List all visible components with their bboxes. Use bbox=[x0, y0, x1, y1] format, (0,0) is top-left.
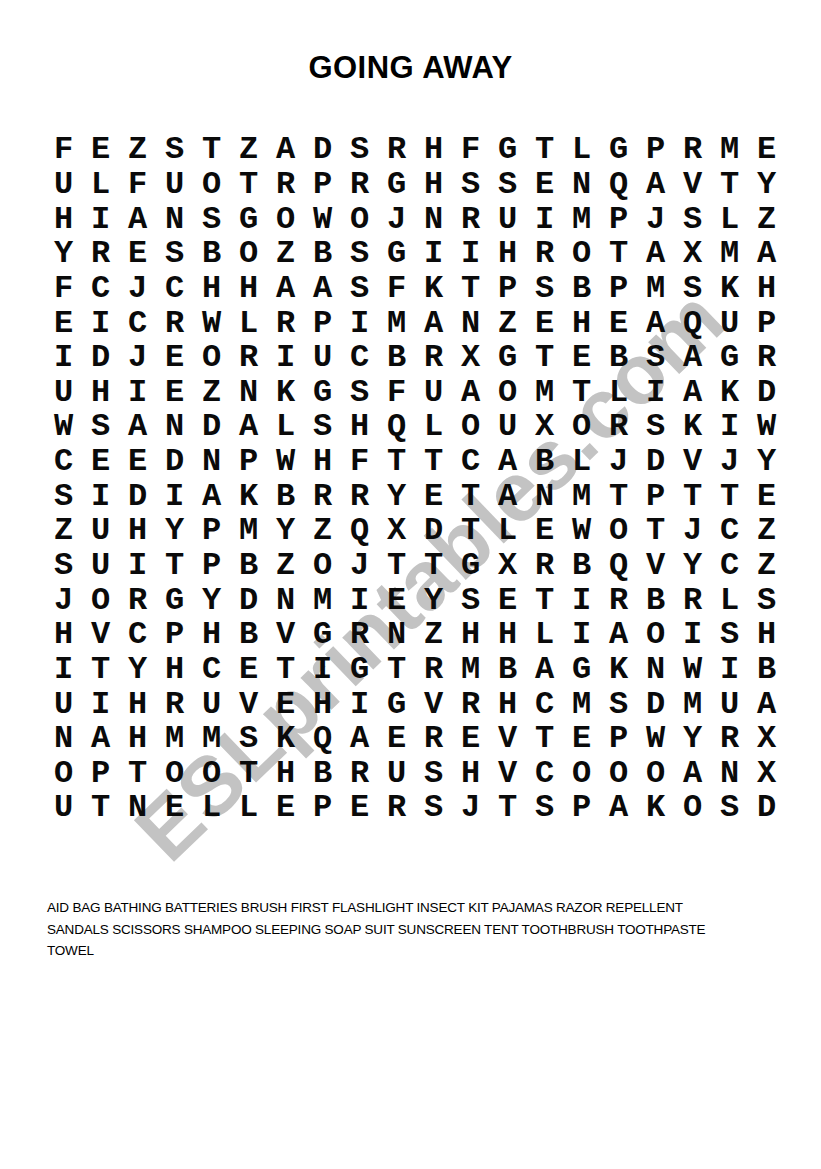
grid-cell-r5c3: J bbox=[119, 272, 156, 307]
page-title: GOING AWAY bbox=[0, 50, 821, 86]
grid-cell-r4c3: E bbox=[119, 237, 156, 272]
grid-cell-r19c2: P bbox=[82, 757, 119, 792]
grid-cell-r12c11: D bbox=[415, 514, 452, 549]
grid-cell-r7c4: E bbox=[156, 341, 193, 376]
grid-cell-r12c18: J bbox=[674, 514, 711, 549]
grid-cell-r10c2: E bbox=[82, 445, 119, 480]
grid-cell-r1c2: E bbox=[82, 133, 119, 168]
grid-cell-r1c16: G bbox=[600, 133, 637, 168]
grid-cell-r3c16: P bbox=[600, 202, 637, 237]
grid-cell-r14c13: E bbox=[489, 583, 526, 618]
grid-cell-r13c12: G bbox=[452, 549, 489, 584]
grid-cell-r17c2: I bbox=[82, 687, 119, 722]
grid-cell-r18c11: R bbox=[415, 722, 452, 757]
grid-cell-r2c6: T bbox=[230, 168, 267, 203]
grid-cell-r14c19: L bbox=[711, 583, 748, 618]
grid-cell-r19c20: X bbox=[748, 757, 785, 792]
grid-cell-r2c4: U bbox=[156, 168, 193, 203]
grid-cell-r20c13: T bbox=[489, 791, 526, 826]
grid-cell-r17c17: D bbox=[637, 687, 674, 722]
grid-cell-r16c3: Y bbox=[119, 653, 156, 688]
grid-cell-r8c16: L bbox=[600, 375, 637, 410]
grid-cell-r3c20: Z bbox=[748, 202, 785, 237]
grid-cell-r13c20: Z bbox=[748, 549, 785, 584]
grid-cell-r5c6: H bbox=[230, 272, 267, 307]
grid-cell-r3c9: O bbox=[341, 202, 378, 237]
grid-cell-r1c8: D bbox=[304, 133, 341, 168]
grid-cell-r8c1: U bbox=[45, 375, 82, 410]
grid-cell-r16c12: M bbox=[452, 653, 489, 688]
grid-cell-r6c15: H bbox=[563, 306, 600, 341]
grid-cell-r4c16: T bbox=[600, 237, 637, 272]
grid-cell-r17c15: M bbox=[563, 687, 600, 722]
grid-cell-r9c8: S bbox=[304, 410, 341, 445]
grid-cell-r3c7: O bbox=[267, 202, 304, 237]
grid-cell-r3c15: M bbox=[563, 202, 600, 237]
grid-cell-r12c16: O bbox=[600, 514, 637, 549]
grid-cell-r13c4: T bbox=[156, 549, 193, 584]
grid-cell-r5c13: P bbox=[489, 272, 526, 307]
grid-cell-r11c4: I bbox=[156, 479, 193, 514]
grid-cell-r1c7: A bbox=[267, 133, 304, 168]
grid-cell-r20c11: S bbox=[415, 791, 452, 826]
word-list-line: AID BAG BATHING BATTERIES BRUSH FIRST FL… bbox=[47, 897, 767, 919]
grid-cell-r9c12: O bbox=[452, 410, 489, 445]
grid-cell-r10c3: E bbox=[119, 445, 156, 480]
grid-cell-r5c16: P bbox=[600, 272, 637, 307]
grid-cell-r20c4: E bbox=[156, 791, 193, 826]
grid-cell-r3c3: A bbox=[119, 202, 156, 237]
grid-cell-r17c20: A bbox=[748, 687, 785, 722]
grid-cell-r4c1: Y bbox=[45, 237, 82, 272]
grid-cell-r19c16: O bbox=[600, 757, 637, 792]
grid-cell-r10c1: C bbox=[45, 445, 82, 480]
grid-cell-r15c13: H bbox=[489, 618, 526, 653]
grid-cell-r9c14: X bbox=[526, 410, 563, 445]
grid-cell-r15c4: P bbox=[156, 618, 193, 653]
grid-cell-r18c7: K bbox=[267, 722, 304, 757]
grid-cell-r12c13: L bbox=[489, 514, 526, 549]
grid-cell-r18c2: A bbox=[82, 722, 119, 757]
grid-cell-r11c11: E bbox=[415, 479, 452, 514]
grid-cell-r5c2: C bbox=[82, 272, 119, 307]
grid-cell-r13c14: R bbox=[526, 549, 563, 584]
grid-cell-r2c14: E bbox=[526, 168, 563, 203]
grid-cell-r4c6: O bbox=[230, 237, 267, 272]
grid-cell-r16c20: B bbox=[748, 653, 785, 688]
grid-cell-r16c16: K bbox=[600, 653, 637, 688]
grid-cell-r15c19: S bbox=[711, 618, 748, 653]
grid-cell-r9c7: L bbox=[267, 410, 304, 445]
grid-cell-r7c19: G bbox=[711, 341, 748, 376]
grid-cell-r11c9: R bbox=[341, 479, 378, 514]
grid-cell-r16c8: I bbox=[304, 653, 341, 688]
grid-cell-r20c15: P bbox=[563, 791, 600, 826]
grid-cell-r7c10: B bbox=[378, 341, 415, 376]
grid-cell-r7c12: X bbox=[452, 341, 489, 376]
grid-cell-r16c17: N bbox=[637, 653, 674, 688]
grid-cell-r9c11: L bbox=[415, 410, 452, 445]
grid-cell-r14c15: I bbox=[563, 583, 600, 618]
grid-cell-r13c19: C bbox=[711, 549, 748, 584]
grid-cell-r2c16: Q bbox=[600, 168, 637, 203]
grid-cell-r11c17: P bbox=[637, 479, 674, 514]
grid-cell-r10c8: H bbox=[304, 445, 341, 480]
grid-cell-r14c4: G bbox=[156, 583, 193, 618]
grid-cell-r18c4: M bbox=[156, 722, 193, 757]
grid-cell-r7c8: U bbox=[304, 341, 341, 376]
grid-cell-r3c8: W bbox=[304, 202, 341, 237]
grid-cell-r20c5: L bbox=[193, 791, 230, 826]
grid-cell-r6c3: C bbox=[119, 306, 156, 341]
grid-cell-r17c18: M bbox=[674, 687, 711, 722]
grid-cell-r2c11: H bbox=[415, 168, 452, 203]
grid-cell-r5c11: K bbox=[415, 272, 452, 307]
grid-cell-r6c16: E bbox=[600, 306, 637, 341]
grid-cell-r2c8: P bbox=[304, 168, 341, 203]
grid-cell-r14c16: R bbox=[600, 583, 637, 618]
grid-cell-r19c4: O bbox=[156, 757, 193, 792]
grid-cell-r16c18: W bbox=[674, 653, 711, 688]
grid-cell-r14c17: B bbox=[637, 583, 674, 618]
grid-cell-r15c8: G bbox=[304, 618, 341, 653]
grid-cell-r18c20: X bbox=[748, 722, 785, 757]
grid-cell-r8c7: K bbox=[267, 375, 304, 410]
grid-cell-r15c1: H bbox=[45, 618, 82, 653]
grid-cell-r2c1: U bbox=[45, 168, 82, 203]
grid-cell-r8c4: E bbox=[156, 375, 193, 410]
grid-cell-r6c1: E bbox=[45, 306, 82, 341]
grid-cell-r19c18: A bbox=[674, 757, 711, 792]
grid-cell-r11c14: N bbox=[526, 479, 563, 514]
grid-cell-r9c1: W bbox=[45, 410, 82, 445]
grid-cell-r13c2: U bbox=[82, 549, 119, 584]
grid-cell-r6c18: Q bbox=[674, 306, 711, 341]
grid-cell-r4c15: O bbox=[563, 237, 600, 272]
grid-cell-r7c13: G bbox=[489, 341, 526, 376]
grid-cell-r5c9: S bbox=[341, 272, 378, 307]
grid-cell-r9c4: N bbox=[156, 410, 193, 445]
grid-cell-r12c8: Z bbox=[304, 514, 341, 549]
grid-cell-r9c2: S bbox=[82, 410, 119, 445]
grid-cell-r19c7: H bbox=[267, 757, 304, 792]
grid-cell-r6c5: W bbox=[193, 306, 230, 341]
grid-cell-r3c10: J bbox=[378, 202, 415, 237]
grid-cell-r9c9: H bbox=[341, 410, 378, 445]
grid-cell-r14c7: N bbox=[267, 583, 304, 618]
grid-cell-r8c9: S bbox=[341, 375, 378, 410]
grid-cell-r5c14: S bbox=[526, 272, 563, 307]
grid-cell-r15c20: H bbox=[748, 618, 785, 653]
grid-cell-r6c8: P bbox=[304, 306, 341, 341]
grid-cell-r19c9: R bbox=[341, 757, 378, 792]
grid-cell-r12c17: T bbox=[637, 514, 674, 549]
grid-cell-r3c14: I bbox=[526, 202, 563, 237]
grid-cell-r12c19: C bbox=[711, 514, 748, 549]
grid-cell-r20c3: N bbox=[119, 791, 156, 826]
grid-cell-r8c2: H bbox=[82, 375, 119, 410]
grid-cell-r15c2: V bbox=[82, 618, 119, 653]
grid-cell-r8c5: Z bbox=[193, 375, 230, 410]
grid-cell-r15c14: L bbox=[526, 618, 563, 653]
grid-cell-r17c9: I bbox=[341, 687, 378, 722]
grid-cell-r20c16: A bbox=[600, 791, 637, 826]
grid-cell-r16c7: T bbox=[267, 653, 304, 688]
grid-cell-r12c5: P bbox=[193, 514, 230, 549]
grid-cell-r13c6: B bbox=[230, 549, 267, 584]
grid-cell-r4c7: Z bbox=[267, 237, 304, 272]
grid-cell-r11c8: R bbox=[304, 479, 341, 514]
grid-cell-r2c2: L bbox=[82, 168, 119, 203]
grid-cell-r4c14: R bbox=[526, 237, 563, 272]
grid-cell-r7c15: E bbox=[563, 341, 600, 376]
grid-cell-r4c11: I bbox=[415, 237, 452, 272]
grid-cell-r5c10: F bbox=[378, 272, 415, 307]
grid-cell-r8c3: I bbox=[119, 375, 156, 410]
grid-cell-r20c7: E bbox=[267, 791, 304, 826]
grid-cell-r4c13: H bbox=[489, 237, 526, 272]
grid-cell-r13c7: Z bbox=[267, 549, 304, 584]
grid-cell-r4c2: R bbox=[82, 237, 119, 272]
grid-cell-r13c18: Y bbox=[674, 549, 711, 584]
grid-cell-r8c12: A bbox=[452, 375, 489, 410]
grid-cell-r6c20: P bbox=[748, 306, 785, 341]
grid-cell-r1c20: E bbox=[748, 133, 785, 168]
grid-cell-r15c15: I bbox=[563, 618, 600, 653]
grid-cell-r17c19: U bbox=[711, 687, 748, 722]
grid-cell-r13c11: T bbox=[415, 549, 452, 584]
grid-cell-r7c3: J bbox=[119, 341, 156, 376]
grid-cell-r16c9: G bbox=[341, 653, 378, 688]
grid-cell-r18c13: V bbox=[489, 722, 526, 757]
grid-cell-r5c1: F bbox=[45, 272, 82, 307]
grid-cell-r9c18: K bbox=[674, 410, 711, 445]
grid-cell-r7c9: C bbox=[341, 341, 378, 376]
grid-cell-r20c19: S bbox=[711, 791, 748, 826]
grid-cell-r9c17: S bbox=[637, 410, 674, 445]
grid-cell-r16c1: I bbox=[45, 653, 82, 688]
grid-cell-r7c2: D bbox=[82, 341, 119, 376]
grid-cell-r4c19: M bbox=[711, 237, 748, 272]
grid-cell-r6c19: U bbox=[711, 306, 748, 341]
grid-cell-r4c18: X bbox=[674, 237, 711, 272]
grid-cell-r10c13: A bbox=[489, 445, 526, 480]
grid-cell-r17c13: H bbox=[489, 687, 526, 722]
grid-cell-r3c5: S bbox=[193, 202, 230, 237]
grid-cell-r17c1: U bbox=[45, 687, 82, 722]
grid-cell-r8c8: G bbox=[304, 375, 341, 410]
grid-cell-r16c10: T bbox=[378, 653, 415, 688]
grid-cell-r2c9: R bbox=[341, 168, 378, 203]
grid-cell-r5c15: B bbox=[563, 272, 600, 307]
grid-cell-r3c18: S bbox=[674, 202, 711, 237]
grid-cell-r10c4: D bbox=[156, 445, 193, 480]
grid-cell-r18c6: S bbox=[230, 722, 267, 757]
grid-cell-r16c19: I bbox=[711, 653, 748, 688]
grid-cell-r16c6: E bbox=[230, 653, 267, 688]
grid-cell-r11c1: S bbox=[45, 479, 82, 514]
grid-cell-r7c14: T bbox=[526, 341, 563, 376]
grid-cell-r18c1: N bbox=[45, 722, 82, 757]
grid-cell-r18c10: E bbox=[378, 722, 415, 757]
grid-cell-r7c1: I bbox=[45, 341, 82, 376]
grid-cell-r10c18: V bbox=[674, 445, 711, 480]
grid-cell-r10c20: Y bbox=[748, 445, 785, 480]
grid-cell-r19c6: T bbox=[230, 757, 267, 792]
grid-cell-r1c15: L bbox=[563, 133, 600, 168]
grid-cell-r15c17: O bbox=[637, 618, 674, 653]
grid-cell-r11c6: K bbox=[230, 479, 267, 514]
grid-cell-r15c5: H bbox=[193, 618, 230, 653]
grid-cell-r14c5: Y bbox=[193, 583, 230, 618]
grid-cell-r9c6: A bbox=[230, 410, 267, 445]
word-list-line: SANDALS SCISSORS SHAMPOO SLEEPING SOAP S… bbox=[47, 919, 767, 941]
grid-cell-r9c10: Q bbox=[378, 410, 415, 445]
grid-cell-r5c5: H bbox=[193, 272, 230, 307]
grid-cell-r3c19: L bbox=[711, 202, 748, 237]
grid-cell-r5c12: T bbox=[452, 272, 489, 307]
grid-cell-r3c2: I bbox=[82, 202, 119, 237]
grid-cell-r2c20: Y bbox=[748, 168, 785, 203]
grid-cell-r11c18: T bbox=[674, 479, 711, 514]
grid-cell-r8c14: M bbox=[526, 375, 563, 410]
grid-cell-r5c19: K bbox=[711, 272, 748, 307]
grid-cell-r15c18: I bbox=[674, 618, 711, 653]
grid-cell-r2c10: G bbox=[378, 168, 415, 203]
grid-cell-r5c20: H bbox=[748, 272, 785, 307]
grid-cell-r16c15: G bbox=[563, 653, 600, 688]
grid-cell-r17c6: V bbox=[230, 687, 267, 722]
grid-cell-r1c4: S bbox=[156, 133, 193, 168]
grid-cell-r10c19: J bbox=[711, 445, 748, 480]
grid-cell-r17c8: H bbox=[304, 687, 341, 722]
grid-cell-r8c10: F bbox=[378, 375, 415, 410]
grid-cell-r3c4: N bbox=[156, 202, 193, 237]
grid-cell-r6c13: Z bbox=[489, 306, 526, 341]
grid-cell-r17c11: V bbox=[415, 687, 452, 722]
grid-cell-r2c17: A bbox=[637, 168, 674, 203]
grid-cell-r5c18: S bbox=[674, 272, 711, 307]
grid-cell-r14c3: R bbox=[119, 583, 156, 618]
grid-cell-r12c14: E bbox=[526, 514, 563, 549]
grid-cell-r16c2: T bbox=[82, 653, 119, 688]
grid-cell-r20c1: U bbox=[45, 791, 82, 826]
grid-cell-r11c5: A bbox=[193, 479, 230, 514]
grid-cell-r12c9: Q bbox=[341, 514, 378, 549]
grid-cell-r18c5: M bbox=[193, 722, 230, 757]
grid-cell-r17c10: G bbox=[378, 687, 415, 722]
word-list: AID BAG BATHING BATTERIES BRUSH FIRST FL… bbox=[47, 897, 767, 962]
grid-cell-r1c6: Z bbox=[230, 133, 267, 168]
grid-cell-r20c8: P bbox=[304, 791, 341, 826]
grid-cell-r18c15: E bbox=[563, 722, 600, 757]
grid-cell-r12c10: X bbox=[378, 514, 415, 549]
grid-cell-r20c18: O bbox=[674, 791, 711, 826]
grid-cell-r14c18: R bbox=[674, 583, 711, 618]
grid-cell-r3c17: J bbox=[637, 202, 674, 237]
grid-cell-r17c4: R bbox=[156, 687, 193, 722]
grid-cell-r17c5: U bbox=[193, 687, 230, 722]
grid-cell-r15c3: C bbox=[119, 618, 156, 653]
grid-cell-r14c12: S bbox=[452, 583, 489, 618]
grid-cell-r14c1: J bbox=[45, 583, 82, 618]
grid-cell-r9c13: U bbox=[489, 410, 526, 445]
grid-cell-r13c15: B bbox=[563, 549, 600, 584]
grid-cell-r1c11: H bbox=[415, 133, 452, 168]
grid-cell-r19c3: T bbox=[119, 757, 156, 792]
grid-cell-r13c3: I bbox=[119, 549, 156, 584]
word-list-line: TOWEL bbox=[47, 940, 767, 962]
grid-cell-r7c18: A bbox=[674, 341, 711, 376]
grid-cell-r2c5: O bbox=[193, 168, 230, 203]
grid-cell-r9c16: R bbox=[600, 410, 637, 445]
grid-cell-r10c15: L bbox=[563, 445, 600, 480]
grid-cell-r13c5: P bbox=[193, 549, 230, 584]
grid-cell-r6c9: I bbox=[341, 306, 378, 341]
grid-cell-r17c7: E bbox=[267, 687, 304, 722]
grid-cell-r3c11: N bbox=[415, 202, 452, 237]
grid-cell-r16c5: C bbox=[193, 653, 230, 688]
grid-cell-r1c19: M bbox=[711, 133, 748, 168]
grid-cell-r19c1: O bbox=[45, 757, 82, 792]
grid-cell-r2c13: S bbox=[489, 168, 526, 203]
grid-cell-r12c4: Y bbox=[156, 514, 193, 549]
grid-cell-r15c10: N bbox=[378, 618, 415, 653]
grid-cell-r18c17: W bbox=[637, 722, 674, 757]
grid-cell-r15c6: B bbox=[230, 618, 267, 653]
grid-cell-r19c8: B bbox=[304, 757, 341, 792]
grid-cell-r11c13: A bbox=[489, 479, 526, 514]
grid-cell-r7c5: O bbox=[193, 341, 230, 376]
grid-cell-r7c6: R bbox=[230, 341, 267, 376]
grid-cell-r11c19: T bbox=[711, 479, 748, 514]
grid-cell-r12c6: M bbox=[230, 514, 267, 549]
grid-cell-r1c14: T bbox=[526, 133, 563, 168]
grid-cell-r13c16: Q bbox=[600, 549, 637, 584]
grid-cell-r7c20: R bbox=[748, 341, 785, 376]
grid-cell-r18c12: E bbox=[452, 722, 489, 757]
grid-cell-r17c14: C bbox=[526, 687, 563, 722]
grid-cell-r12c1: Z bbox=[45, 514, 82, 549]
grid-cell-r8c17: I bbox=[637, 375, 674, 410]
grid-cell-r4c8: B bbox=[304, 237, 341, 272]
grid-cell-r14c8: M bbox=[304, 583, 341, 618]
grid-cell-r12c12: T bbox=[452, 514, 489, 549]
grid-cell-r19c11: S bbox=[415, 757, 452, 792]
grid-cell-r6c2: I bbox=[82, 306, 119, 341]
grid-cell-r11c16: T bbox=[600, 479, 637, 514]
grid-cell-r12c3: H bbox=[119, 514, 156, 549]
grid-cell-r12c7: Y bbox=[267, 514, 304, 549]
grid-cell-r20c14: S bbox=[526, 791, 563, 826]
grid-cell-r9c19: I bbox=[711, 410, 748, 445]
grid-cell-r5c17: M bbox=[637, 272, 674, 307]
grid-cell-r17c3: H bbox=[119, 687, 156, 722]
grid-cell-r10c14: B bbox=[526, 445, 563, 480]
grid-cell-r6c12: N bbox=[452, 306, 489, 341]
grid-cell-r18c9: A bbox=[341, 722, 378, 757]
grid-cell-r20c6: L bbox=[230, 791, 267, 826]
grid-cell-r5c7: A bbox=[267, 272, 304, 307]
grid-cell-r11c20: E bbox=[748, 479, 785, 514]
grid-cell-r19c10: U bbox=[378, 757, 415, 792]
grid-cell-r2c15: N bbox=[563, 168, 600, 203]
grid-cell-r17c12: R bbox=[452, 687, 489, 722]
grid-cell-r16c14: A bbox=[526, 653, 563, 688]
grid-cell-r12c15: W bbox=[563, 514, 600, 549]
grid-cell-r13c13: X bbox=[489, 549, 526, 584]
grid-cell-r11c12: T bbox=[452, 479, 489, 514]
